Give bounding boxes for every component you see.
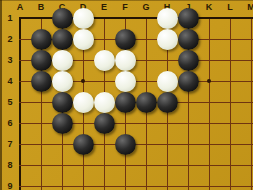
row-label: 7 (7, 140, 12, 149)
column-label: E (101, 3, 107, 12)
black-stone[interactable] (52, 92, 73, 113)
white-stone[interactable] (52, 50, 73, 71)
star-point (207, 79, 211, 83)
black-stone[interactable] (178, 29, 199, 50)
black-stone[interactable] (31, 29, 52, 50)
column-label: L (227, 3, 233, 12)
black-stone[interactable] (115, 29, 136, 50)
black-stone[interactable] (94, 113, 115, 134)
black-stone[interactable] (157, 92, 178, 113)
white-stone[interactable] (115, 71, 136, 92)
row-label: 4 (7, 77, 12, 86)
white-stone[interactable] (73, 8, 94, 29)
column-label: K (206, 3, 213, 12)
black-stone[interactable] (115, 134, 136, 155)
star-point (81, 79, 85, 83)
black-stone[interactable] (31, 50, 52, 71)
row-label: 5 (7, 98, 12, 107)
white-stone[interactable] (157, 29, 178, 50)
row-label: 1 (7, 14, 12, 23)
black-stone[interactable] (136, 92, 157, 113)
black-stone[interactable] (178, 50, 199, 71)
grid-line-horizontal (19, 165, 253, 166)
grid-line-horizontal (19, 186, 253, 187)
black-stone[interactable] (52, 8, 73, 29)
black-stone[interactable] (178, 71, 199, 92)
black-stone[interactable] (73, 134, 94, 155)
grid-line-horizontal (19, 144, 253, 145)
column-label: G (142, 3, 149, 12)
white-stone[interactable] (157, 8, 178, 29)
column-label: B (38, 3, 45, 12)
black-stone[interactable] (31, 71, 52, 92)
row-label: 3 (7, 56, 12, 65)
white-stone[interactable] (52, 71, 73, 92)
white-stone[interactable] (94, 50, 115, 71)
column-label: F (122, 3, 128, 12)
go-board[interactable]: ABCDEFGHJKLM123456789 (0, 0, 253, 190)
black-stone[interactable] (52, 113, 73, 134)
black-stone[interactable] (178, 8, 199, 29)
column-label: A (17, 3, 24, 12)
white-stone[interactable] (94, 92, 115, 113)
white-stone[interactable] (157, 71, 178, 92)
column-label: M (247, 3, 253, 12)
white-stone[interactable] (73, 29, 94, 50)
black-stone[interactable] (115, 92, 136, 113)
row-label: 6 (7, 119, 12, 128)
white-stone[interactable] (73, 92, 94, 113)
white-stone[interactable] (115, 50, 136, 71)
row-label: 8 (7, 161, 12, 170)
black-stone[interactable] (52, 29, 73, 50)
row-label: 2 (7, 35, 12, 44)
row-label: 9 (7, 182, 12, 191)
